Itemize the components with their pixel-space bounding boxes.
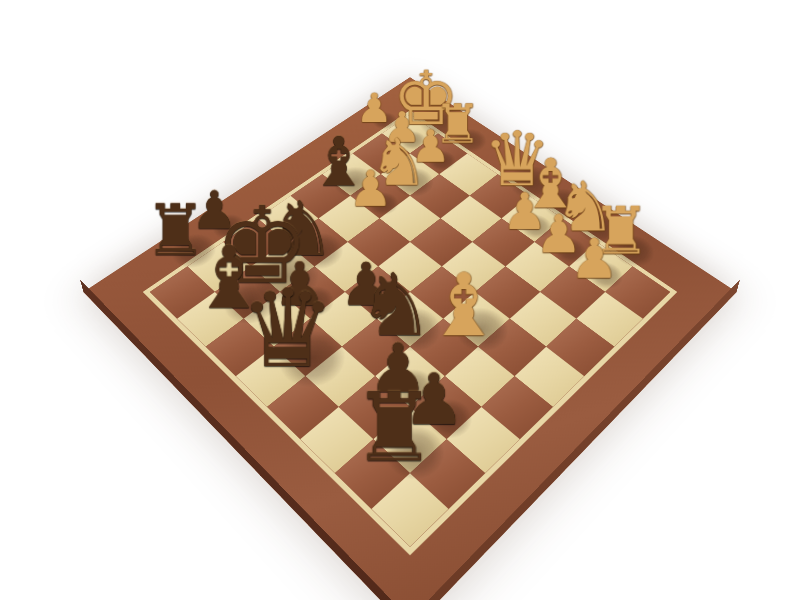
chess-board-3d: ♜♛♝♜♟♟♟♚♟♞♟♞♝♟♝♞♟♟♟♟♟♟♜♞♝♛♜♚ — [83, 77, 736, 600]
board-field — [143, 110, 678, 555]
piece-black-pawn-h7: ♟ — [191, 185, 238, 237]
chess-scene: ♜♛♝♜♟♟♟♚♟♞♟♞♝♟♝♞♟♟♟♟♟♟♜♞♝♛♜♚ — [10, 0, 800, 592]
product-photo-canvas: ♜♛♝♜♟♟♟♚♟♞♟♞♝♟♝♞♟♟♟♟♟♟♜♞♝♛♜♚ — [0, 0, 800, 600]
piece-white-pawn-h2: ♟ — [356, 88, 392, 128]
board-frame: ♜♛♝♜♟♟♟♚♟♞♟♞♝♟♝♞♟♟♟♟♟♟♜♞♝♛♜♚ — [83, 77, 736, 600]
